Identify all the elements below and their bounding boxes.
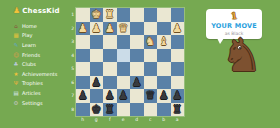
sidebar-item-trophies[interactable]: ΨTrophies bbox=[13, 79, 57, 89]
sidebar-item-label: Trophies bbox=[22, 80, 43, 86]
square-d2[interactable] bbox=[130, 22, 144, 36]
file-label-g: g bbox=[90, 116, 104, 124]
achievements-icon: ★ bbox=[13, 71, 19, 77]
square-b7[interactable]: ♟ bbox=[157, 89, 171, 103]
articles-icon: ▤ bbox=[13, 90, 19, 96]
trophies-icon: Ψ bbox=[13, 80, 19, 86]
chesskid-logo[interactable]: ♟ ChessKid bbox=[13, 6, 60, 15]
square-e3[interactable] bbox=[117, 35, 131, 49]
square-g2[interactable]: ♟ bbox=[90, 22, 104, 36]
file-label-f: f bbox=[103, 116, 117, 124]
square-h6[interactable] bbox=[76, 76, 90, 90]
square-e1[interactable] bbox=[117, 8, 131, 22]
white-pawn[interactable]: ♟ bbox=[78, 22, 88, 36]
square-d4[interactable] bbox=[130, 49, 144, 63]
square-c1[interactable] bbox=[144, 8, 158, 22]
home-icon: ⌂ bbox=[13, 23, 19, 29]
rank-label-4: 4 bbox=[66, 49, 74, 63]
square-d3[interactable] bbox=[130, 35, 144, 49]
sidebar-item-label: Achievements bbox=[22, 71, 57, 77]
sidebar-item-label: Articles bbox=[22, 90, 41, 96]
sidebar-item-label: Settings bbox=[22, 100, 43, 106]
square-e5[interactable] bbox=[117, 62, 131, 76]
file-label-b: b bbox=[157, 116, 171, 124]
square-b2[interactable] bbox=[157, 22, 171, 36]
knight-mascot: ♞ bbox=[221, 32, 262, 78]
square-g8[interactable]: ♚ bbox=[90, 103, 104, 117]
rank-label-3: 3 bbox=[66, 35, 74, 49]
sidebar-item-settings[interactable]: ⚙Settings bbox=[13, 98, 57, 108]
white-pawn[interactable]: ♟ bbox=[91, 22, 101, 36]
square-b1[interactable] bbox=[157, 8, 171, 22]
logo-text: ChessKid bbox=[22, 7, 60, 15]
square-d1[interactable] bbox=[130, 8, 144, 22]
square-a8[interactable]: ♜ bbox=[171, 103, 185, 117]
square-c6[interactable] bbox=[144, 76, 158, 90]
rank-labels: 12345678 bbox=[66, 8, 74, 116]
square-d8[interactable] bbox=[130, 103, 144, 117]
square-c5[interactable] bbox=[144, 62, 158, 76]
white-pawn[interactable]: ♟ bbox=[172, 22, 182, 36]
number-one-icon: 1 bbox=[230, 11, 237, 21]
square-f8[interactable]: ♜ bbox=[103, 103, 117, 117]
sidebar-item-label: Clubs bbox=[22, 61, 36, 67]
sidebar: ♟ ChessKid ⌂Home▦Play✎Learn☺Friends♣Club… bbox=[0, 0, 70, 128]
white-rook[interactable]: ♜ bbox=[105, 8, 115, 22]
black-pawn[interactable]: ♟ bbox=[78, 89, 88, 103]
square-e2[interactable]: ♛ bbox=[117, 22, 131, 36]
square-d7[interactable] bbox=[130, 89, 144, 103]
square-f1[interactable]: ♜ bbox=[103, 8, 117, 22]
square-f7[interactable]: ♟ bbox=[103, 89, 117, 103]
sidebar-item-achievements[interactable]: ★Achievements bbox=[13, 69, 57, 79]
sidebar-item-learn[interactable]: ✎Learn bbox=[13, 40, 57, 50]
square-h5[interactable] bbox=[76, 62, 90, 76]
file-label-c: c bbox=[144, 116, 158, 124]
black-pawn[interactable]: ♟ bbox=[132, 76, 142, 90]
rank-label-5: 5 bbox=[66, 62, 74, 76]
square-b8[interactable] bbox=[157, 103, 171, 117]
square-c4[interactable] bbox=[144, 49, 158, 63]
chesskid-app: ♟ ChessKid ⌂Home▦Play✎Learn☺Friends♣Club… bbox=[0, 0, 280, 128]
black-pawn[interactable]: ♟ bbox=[91, 76, 101, 90]
black-pawn[interactable]: ♟ bbox=[105, 89, 115, 103]
sidebar-item-play[interactable]: ▦Play bbox=[13, 31, 57, 41]
sidebar-item-label: Play bbox=[22, 32, 32, 38]
square-g6[interactable]: ♟ bbox=[90, 76, 104, 90]
square-g1[interactable]: ♚ bbox=[90, 8, 104, 22]
file-label-e: e bbox=[117, 116, 131, 124]
mascot-pupil bbox=[239, 47, 241, 49]
square-f5[interactable] bbox=[103, 62, 117, 76]
sidebar-item-home[interactable]: ⌂Home bbox=[13, 21, 57, 31]
rank-label-2: 2 bbox=[66, 22, 74, 36]
square-f2[interactable]: ♟ bbox=[103, 22, 117, 36]
rank-label-6: 6 bbox=[66, 76, 74, 90]
square-f6[interactable] bbox=[103, 76, 117, 90]
sidebar-item-label: Home bbox=[22, 23, 37, 29]
square-h1[interactable] bbox=[76, 8, 90, 22]
file-label-d: d bbox=[130, 116, 144, 124]
sidebar-menu: ⌂Home▦Play✎Learn☺Friends♣Clubs★Achieveme… bbox=[13, 21, 57, 107]
clubs-icon: ♣ bbox=[13, 61, 19, 67]
square-c3[interactable]: ♞ bbox=[144, 35, 158, 49]
square-g7[interactable] bbox=[90, 89, 104, 103]
square-f3[interactable] bbox=[103, 35, 117, 49]
square-b4[interactable] bbox=[157, 49, 171, 63]
square-h7[interactable]: ♟ bbox=[76, 89, 90, 103]
square-a3[interactable] bbox=[171, 35, 185, 49]
white-pawn[interactable]: ♟ bbox=[105, 22, 115, 36]
white-knight[interactable]: ♞ bbox=[145, 35, 155, 49]
square-a7[interactable]: ♟ bbox=[171, 89, 185, 103]
white-queen[interactable]: ♛ bbox=[118, 22, 128, 36]
sidebar-item-articles[interactable]: ▤Articles bbox=[13, 88, 57, 98]
black-rook[interactable]: ♜ bbox=[105, 103, 115, 117]
square-e7[interactable]: ♟ bbox=[117, 89, 131, 103]
chess-board: ♚♜♟♟♟♛♟♞♝♟♟♟♟♟♛♟♟♚♜♜ bbox=[76, 8, 184, 116]
settings-icon: ⚙ bbox=[13, 100, 19, 106]
square-b5[interactable] bbox=[157, 62, 171, 76]
gold-pawn-icon: ♟ bbox=[13, 6, 20, 15]
square-h2[interactable]: ♟ bbox=[76, 22, 90, 36]
rank-label-7: 7 bbox=[66, 89, 74, 103]
sidebar-item-label: Learn bbox=[22, 42, 36, 48]
square-b6[interactable] bbox=[157, 76, 171, 90]
black-pawn[interactable]: ♟ bbox=[172, 89, 182, 103]
square-h8[interactable] bbox=[76, 103, 90, 117]
square-d6[interactable]: ♟ bbox=[130, 76, 144, 90]
black-rook[interactable]: ♜ bbox=[172, 103, 182, 117]
black-king[interactable]: ♚ bbox=[91, 103, 101, 117]
black-pawn[interactable]: ♟ bbox=[118, 89, 128, 103]
square-g4[interactable] bbox=[90, 49, 104, 63]
square-e6[interactable] bbox=[117, 76, 131, 90]
square-a2[interactable]: ♟ bbox=[171, 22, 185, 36]
file-labels: hgfedcba bbox=[76, 116, 184, 124]
square-a5[interactable] bbox=[171, 62, 185, 76]
white-bishop[interactable]: ♝ bbox=[159, 35, 169, 49]
black-pawn[interactable]: ♟ bbox=[159, 89, 169, 103]
file-label-a: a bbox=[171, 116, 185, 124]
square-g5[interactable] bbox=[90, 62, 104, 76]
play-icon: ▦ bbox=[13, 32, 19, 38]
white-king[interactable]: ♚ bbox=[91, 8, 101, 22]
square-e8[interactable] bbox=[117, 103, 131, 117]
square-a1[interactable] bbox=[171, 8, 185, 22]
sidebar-item-clubs[interactable]: ♣Clubs bbox=[13, 59, 57, 69]
square-c8[interactable] bbox=[144, 103, 158, 117]
square-e4[interactable] bbox=[117, 49, 131, 63]
black-queen[interactable]: ♛ bbox=[145, 89, 155, 103]
square-c2[interactable] bbox=[144, 22, 158, 36]
square-f4[interactable] bbox=[103, 49, 117, 63]
rank-label-8: 8 bbox=[66, 103, 74, 117]
square-b3[interactable]: ♝ bbox=[157, 35, 171, 49]
learn-icon: ✎ bbox=[13, 42, 19, 48]
rank-label-1: 1 bbox=[66, 8, 74, 22]
sidebar-item-label: Friends bbox=[22, 52, 40, 58]
square-d5[interactable] bbox=[130, 62, 144, 76]
sidebar-item-friends[interactable]: ☺Friends bbox=[13, 50, 57, 60]
square-c7[interactable]: ♛ bbox=[144, 89, 158, 103]
file-label-h: h bbox=[76, 116, 90, 124]
square-h3[interactable] bbox=[76, 35, 90, 49]
friends-icon: ☺ bbox=[13, 52, 19, 58]
square-g3[interactable] bbox=[90, 35, 104, 49]
square-h4[interactable] bbox=[76, 49, 90, 63]
square-a6[interactable] bbox=[171, 76, 185, 90]
square-a4[interactable] bbox=[171, 49, 185, 63]
